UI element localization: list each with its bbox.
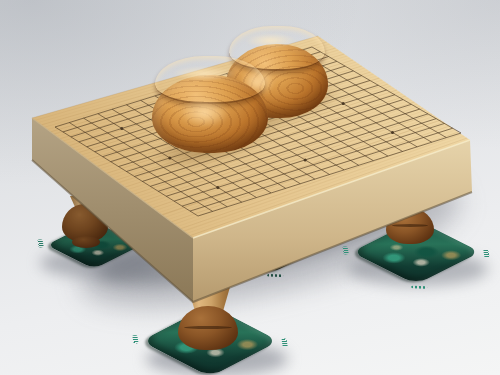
bowl-lid-highlight xyxy=(171,66,236,82)
go-bowl-front xyxy=(152,56,268,153)
photo-scene xyxy=(0,0,500,375)
bowl-gloss-highlight xyxy=(180,97,229,128)
